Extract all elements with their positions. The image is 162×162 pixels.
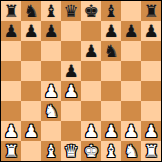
square-g8[interactable]	[121, 1, 141, 21]
black-rook[interactable]: ♜	[143, 1, 158, 21]
black-pawn[interactable]: ♟	[83, 41, 98, 61]
square-b1[interactable]	[21, 141, 41, 161]
black-king[interactable]: ♚	[83, 1, 98, 21]
white-rook[interactable]: ♜	[143, 141, 158, 161]
square-b5[interactable]	[21, 61, 41, 81]
square-b8[interactable]: ♞	[21, 1, 41, 21]
white-king[interactable]: ♚	[83, 141, 98, 161]
square-d6[interactable]	[61, 41, 81, 61]
black-knight[interactable]: ♞	[23, 1, 38, 21]
white-pawn[interactable]: ♟	[83, 121, 98, 141]
black-pawn[interactable]: ♟	[63, 61, 78, 81]
square-c1[interactable]: ♝	[41, 141, 61, 161]
black-pawn[interactable]: ♟	[123, 21, 138, 41]
square-g6[interactable]	[121, 41, 141, 61]
square-f3[interactable]	[101, 101, 121, 121]
square-b7[interactable]: ♟	[21, 21, 41, 41]
square-g3[interactable]	[121, 101, 141, 121]
square-f2[interactable]: ♟	[101, 121, 121, 141]
square-a2[interactable]: ♟	[1, 121, 21, 141]
white-pawn[interactable]: ♟	[43, 81, 58, 101]
square-f1[interactable]: ♝	[101, 141, 121, 161]
white-pawn[interactable]: ♟	[23, 121, 38, 141]
square-h4[interactable]	[141, 81, 161, 101]
square-d5[interactable]: ♟	[61, 61, 81, 81]
square-a4[interactable]	[1, 81, 21, 101]
black-knight[interactable]: ♞	[103, 41, 118, 61]
square-f8[interactable]: ♝	[101, 1, 121, 21]
square-e8[interactable]: ♚	[81, 1, 101, 21]
square-d8[interactable]: ♛	[61, 1, 81, 21]
square-h5[interactable]	[141, 61, 161, 81]
square-b2[interactable]: ♟	[21, 121, 41, 141]
black-pawn[interactable]: ♟	[143, 21, 158, 41]
square-e6[interactable]: ♟	[81, 41, 101, 61]
chess-board: ♜♞♝♛♚♝♜♟♟♟♟♟♟♟♞♟♟♟♞♟♟♟♟♟♟♜♝♛♚♝♞♜	[0, 0, 162, 162]
square-a7[interactable]: ♟	[1, 21, 21, 41]
square-g4[interactable]	[121, 81, 141, 101]
white-pawn[interactable]: ♟	[103, 121, 118, 141]
white-pawn[interactable]: ♟	[143, 121, 158, 141]
white-knight[interactable]: ♞	[123, 141, 138, 161]
square-c5[interactable]	[41, 61, 61, 81]
square-a6[interactable]	[1, 41, 21, 61]
square-f6[interactable]: ♞	[101, 41, 121, 61]
white-pawn[interactable]: ♟	[3, 121, 18, 141]
black-bishop[interactable]: ♝	[103, 1, 118, 21]
white-rook[interactable]: ♜	[3, 141, 18, 161]
black-pawn[interactable]: ♟	[3, 21, 18, 41]
black-pawn[interactable]: ♟	[43, 21, 58, 41]
square-h8[interactable]: ♜	[141, 1, 161, 21]
white-bishop[interactable]: ♝	[103, 141, 118, 161]
square-b6[interactable]	[21, 41, 41, 61]
black-bishop[interactable]: ♝	[43, 1, 58, 21]
square-e3[interactable]	[81, 101, 101, 121]
square-h3[interactable]	[141, 101, 161, 121]
square-c2[interactable]	[41, 121, 61, 141]
black-pawn[interactable]: ♟	[103, 21, 118, 41]
square-h7[interactable]: ♟	[141, 21, 161, 41]
square-b4[interactable]	[21, 81, 41, 101]
square-d4[interactable]: ♟	[61, 81, 81, 101]
square-h6[interactable]	[141, 41, 161, 61]
white-bishop[interactable]: ♝	[43, 141, 58, 161]
square-h1[interactable]: ♜	[141, 141, 161, 161]
square-f7[interactable]: ♟	[101, 21, 121, 41]
white-knight[interactable]: ♞	[43, 101, 58, 121]
white-pawn[interactable]: ♟	[63, 81, 78, 101]
square-d2[interactable]	[61, 121, 81, 141]
square-g2[interactable]: ♟	[121, 121, 141, 141]
square-e1[interactable]: ♚	[81, 141, 101, 161]
square-a8[interactable]: ♜	[1, 1, 21, 21]
white-pawn[interactable]: ♟	[123, 121, 138, 141]
square-a5[interactable]	[1, 61, 21, 81]
black-queen[interactable]: ♛	[63, 1, 78, 21]
square-d1[interactable]: ♛	[61, 141, 81, 161]
square-c4[interactable]: ♟	[41, 81, 61, 101]
square-c7[interactable]: ♟	[41, 21, 61, 41]
square-b3[interactable]	[21, 101, 41, 121]
square-e5[interactable]	[81, 61, 101, 81]
black-pawn[interactable]: ♟	[23, 21, 38, 41]
black-rook[interactable]: ♜	[3, 1, 18, 21]
square-c3[interactable]: ♞	[41, 101, 61, 121]
square-a1[interactable]: ♜	[1, 141, 21, 161]
square-g1[interactable]: ♞	[121, 141, 141, 161]
square-d7[interactable]	[61, 21, 81, 41]
white-queen[interactable]: ♛	[63, 141, 78, 161]
square-h2[interactable]: ♟	[141, 121, 161, 141]
square-c8[interactable]: ♝	[41, 1, 61, 21]
square-e7[interactable]	[81, 21, 101, 41]
square-f5[interactable]	[101, 61, 121, 81]
square-c6[interactable]	[41, 41, 61, 61]
square-e2[interactable]: ♟	[81, 121, 101, 141]
square-a3[interactable]	[1, 101, 21, 121]
square-f4[interactable]	[101, 81, 121, 101]
square-d3[interactable]	[61, 101, 81, 121]
square-g7[interactable]: ♟	[121, 21, 141, 41]
square-g5[interactable]	[121, 61, 141, 81]
square-e4[interactable]	[81, 81, 101, 101]
